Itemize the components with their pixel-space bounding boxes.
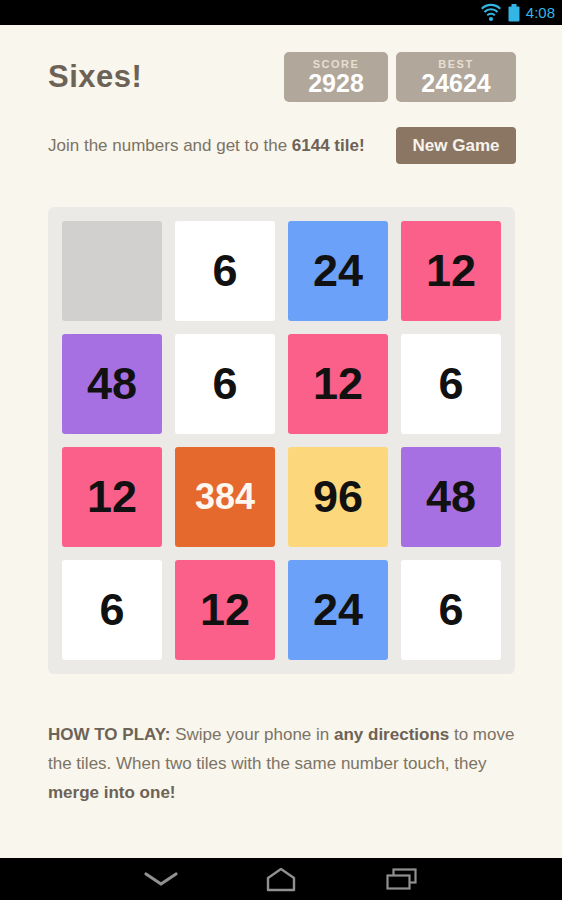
tile-6: 6 (401, 560, 501, 660)
sub-header: Join the numbers and get to the 6144 til… (48, 127, 516, 164)
tile-96: 96 (288, 447, 388, 547)
back-chevron-icon[interactable] (141, 864, 181, 894)
tile-12: 12 (288, 334, 388, 434)
tile-12: 12 (62, 447, 162, 547)
tile-6: 6 (175, 221, 275, 321)
page-title: Sixes! (48, 59, 142, 95)
app-screen: 4:08 Sixes! SCORE 2928 BEST 24624 Join t… (0, 0, 562, 900)
tile-6: 6 (401, 334, 501, 434)
tile-6: 6 (62, 560, 162, 660)
tile-384: 384 (175, 447, 275, 547)
score-panel: SCORE 2928 BEST 24624 (284, 52, 516, 102)
tile-12: 12 (401, 221, 501, 321)
battery-icon (508, 4, 520, 22)
best-score-box: BEST 24624 (396, 52, 516, 102)
tile-48: 48 (401, 447, 501, 547)
new-game-button[interactable]: New Game (396, 127, 516, 164)
how-to-play-text: HOW TO PLAY: Swipe your phone in any dir… (48, 720, 516, 807)
empty-cell (62, 221, 162, 321)
best-value: 24624 (396, 70, 516, 96)
score-value: 2928 (284, 70, 388, 96)
status-clock: 4:08 (526, 0, 555, 25)
recents-icon[interactable] (381, 864, 421, 894)
tile-24: 24 (288, 221, 388, 321)
tile-24: 24 (288, 560, 388, 660)
navigation-bar (0, 858, 562, 900)
game-board[interactable]: 62412486126123849648612246 (48, 207, 515, 674)
goal-text: Join the numbers and get to the 6144 til… (48, 136, 365, 156)
goal-tile-text: 6144 tile! (292, 136, 365, 155)
status-bar: 4:08 (0, 0, 562, 25)
tile-6: 6 (175, 334, 275, 434)
tile-48: 48 (62, 334, 162, 434)
home-icon[interactable] (261, 864, 301, 894)
header: Sixes! SCORE 2928 BEST 24624 (48, 52, 516, 102)
score-box: SCORE 2928 (284, 52, 388, 102)
tile-12: 12 (175, 560, 275, 660)
main-content: Sixes! SCORE 2928 BEST 24624 Join the nu… (0, 52, 562, 807)
wifi-icon (480, 3, 502, 22)
